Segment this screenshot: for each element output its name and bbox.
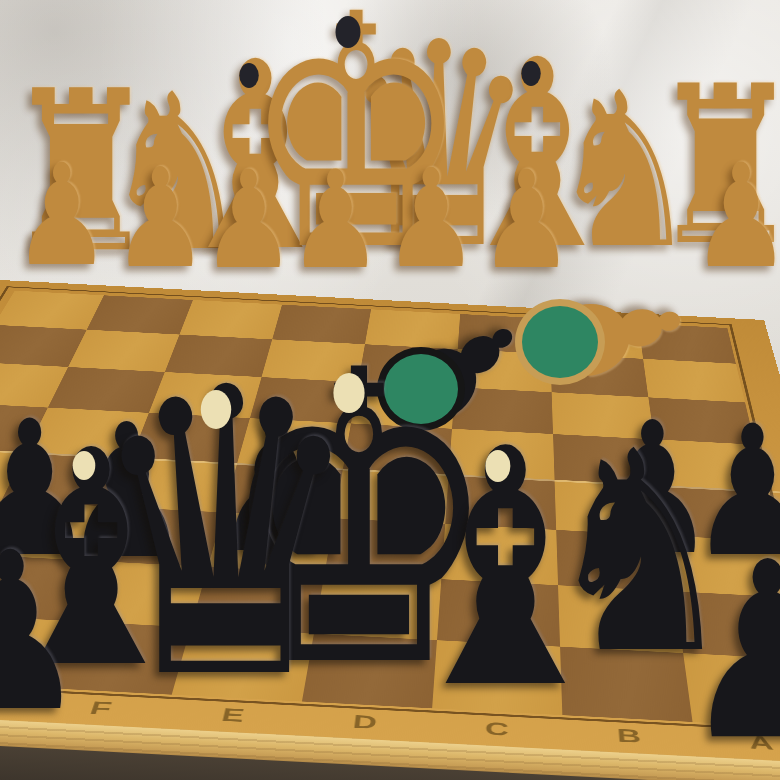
black-pawn-g8[interactable]: ♟ bbox=[0, 550, 76, 715]
photo-scene: 12 FEDCBA ♜♞♝♚♛♝♞♜♟♟♟♟♟♟♟♟♟♟♟♟♝♛♚♝♞♟♟♟♟ bbox=[0, 0, 780, 780]
white-pawn-g2[interactable]: ♟ bbox=[113, 167, 202, 271]
white-pawn-h2[interactable]: ♟ bbox=[13, 163, 104, 269]
fallen-white-pawn[interactable]: ♟ bbox=[615, 279, 639, 383]
black-queen-e8[interactable]: ♛ bbox=[87, 385, 344, 685]
finial-e8 bbox=[201, 390, 231, 429]
black-pawn-a8[interactable]: ♟ bbox=[682, 560, 780, 745]
white-pawn-e2[interactable]: ♟ bbox=[288, 170, 375, 272]
white-pawn-f2[interactable]: ♟ bbox=[201, 170, 288, 272]
finial-c8 bbox=[485, 450, 510, 482]
white-pawn-d2[interactable]: ♟ bbox=[383, 168, 471, 271]
finial-e1 bbox=[336, 16, 361, 48]
white-pawn-c2[interactable]: ♟ bbox=[479, 170, 566, 272]
white-pawn-a2[interactable]: ♟ bbox=[691, 163, 780, 271]
pieces-layer: ♜♞♝♚♛♝♞♜♟♟♟♟♟♟♟♟♟♟♟♟♝♛♚♝♞♟♟♟♟ bbox=[0, 0, 780, 780]
finial-c1 bbox=[521, 61, 541, 86]
black-bishop-c8[interactable]: ♝ bbox=[391, 446, 604, 694]
